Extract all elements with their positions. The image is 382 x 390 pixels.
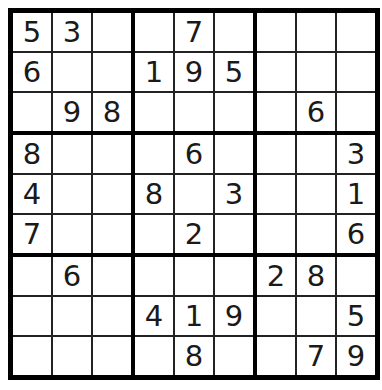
sudoku-cell-r1c9[interactable] (337, 13, 375, 51)
sudoku-cell-r3c7[interactable] (257, 93, 295, 131)
sudoku-cell-r3c8[interactable]: 6 (297, 93, 335, 131)
sudoku-page: 536987195684768323166419828579 (0, 0, 382, 390)
sudoku-cell-r2c6[interactable]: 5 (215, 53, 253, 91)
sudoku-cell-r8c3[interactable] (93, 297, 131, 335)
sudoku-cell-r5c5[interactable] (175, 175, 213, 213)
sudoku-cell-r1c3[interactable] (93, 13, 131, 51)
sudoku-cell-r2c7[interactable] (257, 53, 295, 91)
sudoku-cell-r8c1[interactable] (13, 297, 51, 335)
sudoku-cell-r5c7[interactable] (257, 175, 295, 213)
sudoku-cell-r7c9[interactable] (337, 257, 375, 295)
sudoku-cell-r5c6[interactable]: 3 (215, 175, 253, 213)
sudoku-cell-r7c8[interactable]: 8 (297, 257, 335, 295)
sudoku-cell-r9c7[interactable] (257, 337, 295, 375)
sudoku-cell-r7c7[interactable]: 2 (257, 257, 295, 295)
sudoku-cell-r1c2[interactable]: 3 (53, 13, 91, 51)
sudoku-cell-r9c2[interactable] (53, 337, 91, 375)
sudoku-cell-r7c5[interactable] (175, 257, 213, 295)
sudoku-cell-r1c8[interactable] (297, 13, 335, 51)
sudoku-cell-r2c9[interactable] (337, 53, 375, 91)
sudoku-cell-r3c9[interactable] (337, 93, 375, 131)
sudoku-cell-r4c5[interactable]: 6 (175, 135, 213, 173)
sudoku-cell-r5c4[interactable]: 8 (135, 175, 173, 213)
sudoku-cell-r4c8[interactable] (297, 135, 335, 173)
sudoku-cell-r8c5[interactable]: 1 (175, 297, 213, 335)
sudoku-cell-r3c3[interactable]: 8 (93, 93, 131, 131)
sudoku-cell-r7c6[interactable] (215, 257, 253, 295)
sudoku-cell-r3c1[interactable] (13, 93, 51, 131)
sudoku-cell-r6c8[interactable] (297, 215, 335, 253)
sudoku-cell-r8c8[interactable] (297, 297, 335, 335)
sudoku-cell-r4c3[interactable] (93, 135, 131, 173)
sudoku-cell-r7c2[interactable]: 6 (53, 257, 91, 295)
sudoku-cell-r4c6[interactable] (215, 135, 253, 173)
sudoku-cell-r1c5[interactable]: 7 (175, 13, 213, 51)
sudoku-cell-r9c3[interactable] (93, 337, 131, 375)
sudoku-box-8: 4198 (135, 257, 253, 375)
sudoku-cell-r9c1[interactable] (13, 337, 51, 375)
sudoku-cell-r2c8[interactable] (297, 53, 335, 91)
sudoku-cell-r5c1[interactable]: 4 (13, 175, 51, 213)
sudoku-cell-r9c5[interactable]: 8 (175, 337, 213, 375)
sudoku-cell-r7c4[interactable] (135, 257, 173, 295)
sudoku-box-2: 7195 (135, 13, 253, 131)
sudoku-cell-r4c2[interactable] (53, 135, 91, 173)
sudoku-cell-r8c2[interactable] (53, 297, 91, 335)
sudoku-cell-r1c4[interactable] (135, 13, 173, 51)
sudoku-cell-r1c6[interactable] (215, 13, 253, 51)
sudoku-cell-r1c7[interactable] (257, 13, 295, 51)
sudoku-cell-r5c2[interactable] (53, 175, 91, 213)
sudoku-cell-r2c2[interactable] (53, 53, 91, 91)
sudoku-cell-r9c6[interactable] (215, 337, 253, 375)
sudoku-cell-r8c4[interactable]: 4 (135, 297, 173, 335)
sudoku-cell-r3c6[interactable] (215, 93, 253, 131)
sudoku-cell-r7c3[interactable] (93, 257, 131, 295)
sudoku-cell-r8c6[interactable]: 9 (215, 297, 253, 335)
sudoku-cell-r4c4[interactable] (135, 135, 173, 173)
sudoku-box-6: 316 (257, 135, 375, 253)
sudoku-board: 536987195684768323166419828579 (8, 8, 380, 380)
sudoku-cell-r6c2[interactable] (53, 215, 91, 253)
sudoku-cell-r5c9[interactable]: 1 (337, 175, 375, 213)
sudoku-cell-r2c1[interactable]: 6 (13, 53, 51, 91)
sudoku-cell-r4c7[interactable] (257, 135, 295, 173)
sudoku-cell-r3c4[interactable] (135, 93, 173, 131)
sudoku-cell-r9c9[interactable]: 9 (337, 337, 375, 375)
sudoku-cell-r6c7[interactable] (257, 215, 295, 253)
sudoku-cell-r6c6[interactable] (215, 215, 253, 253)
sudoku-cell-r6c5[interactable]: 2 (175, 215, 213, 253)
sudoku-cell-r2c4[interactable]: 1 (135, 53, 173, 91)
sudoku-cell-r2c3[interactable] (93, 53, 131, 91)
sudoku-box-9: 28579 (257, 257, 375, 375)
sudoku-box-3: 6 (257, 13, 375, 131)
sudoku-box-5: 6832 (135, 135, 253, 253)
sudoku-cell-r5c3[interactable] (93, 175, 131, 213)
sudoku-cell-r4c9[interactable]: 3 (337, 135, 375, 173)
sudoku-box-7: 6 (13, 257, 131, 375)
sudoku-cell-r3c5[interactable] (175, 93, 213, 131)
sudoku-cell-r1c1[interactable]: 5 (13, 13, 51, 51)
sudoku-cell-r4c1[interactable]: 8 (13, 135, 51, 173)
sudoku-cell-r8c7[interactable] (257, 297, 295, 335)
sudoku-cell-r8c9[interactable]: 5 (337, 297, 375, 335)
sudoku-cell-r6c3[interactable] (93, 215, 131, 253)
sudoku-cell-r9c4[interactable] (135, 337, 173, 375)
sudoku-cell-r5c8[interactable] (297, 175, 335, 213)
sudoku-cell-r6c4[interactable] (135, 215, 173, 253)
sudoku-cell-r2c5[interactable]: 9 (175, 53, 213, 91)
sudoku-cell-r9c8[interactable]: 7 (297, 337, 335, 375)
sudoku-cell-r7c1[interactable] (13, 257, 51, 295)
sudoku-cell-r3c2[interactable]: 9 (53, 93, 91, 131)
sudoku-cell-r6c1[interactable]: 7 (13, 215, 51, 253)
sudoku-box-1: 53698 (13, 13, 131, 131)
sudoku-cell-r6c9[interactable]: 6 (337, 215, 375, 253)
sudoku-box-4: 847 (13, 135, 131, 253)
